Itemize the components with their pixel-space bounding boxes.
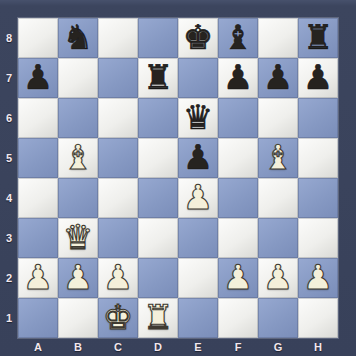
square-e7[interactable] <box>178 58 218 98</box>
square-e6[interactable]: ♛ <box>178 98 218 138</box>
piece-white-bishop[interactable]: ♝ <box>63 140 93 174</box>
square-b1[interactable] <box>58 298 98 338</box>
square-f1[interactable] <box>218 298 258 338</box>
rank-label-7: 7 <box>0 58 18 98</box>
square-c3[interactable] <box>98 218 138 258</box>
file-label-d: D <box>138 338 178 356</box>
square-a5[interactable] <box>18 138 58 178</box>
piece-white-pawn[interactable]: ♟ <box>183 180 213 214</box>
square-g8[interactable] <box>258 18 298 58</box>
square-f6[interactable] <box>218 98 258 138</box>
square-b4[interactable] <box>58 178 98 218</box>
square-h7[interactable]: ♟ <box>298 58 338 98</box>
square-c6[interactable] <box>98 98 138 138</box>
piece-black-knight[interactable]: ♞ <box>63 20 93 54</box>
square-d3[interactable] <box>138 218 178 258</box>
square-e3[interactable] <box>178 218 218 258</box>
square-g1[interactable] <box>258 298 298 338</box>
file-label-g: G <box>258 338 298 356</box>
rank-label-8: 8 <box>0 18 18 58</box>
square-h8[interactable]: ♜ <box>298 18 338 58</box>
rank-label-2: 2 <box>0 258 18 298</box>
piece-white-bishop[interactable]: ♝ <box>263 140 293 174</box>
square-a8[interactable] <box>18 18 58 58</box>
piece-white-pawn[interactable]: ♟ <box>303 260 333 294</box>
square-h6[interactable] <box>298 98 338 138</box>
rank-labels: 87654321 <box>0 18 18 338</box>
square-e1[interactable] <box>178 298 218 338</box>
square-b6[interactable] <box>58 98 98 138</box>
file-labels: ABCDEFGH <box>18 338 338 356</box>
square-c4[interactable] <box>98 178 138 218</box>
square-d7[interactable]: ♜ <box>138 58 178 98</box>
square-c1[interactable]: ♚ <box>98 298 138 338</box>
square-h3[interactable] <box>298 218 338 258</box>
piece-black-king[interactable]: ♚ <box>183 20 213 54</box>
piece-black-rook[interactable]: ♜ <box>143 60 173 94</box>
piece-white-pawn[interactable]: ♟ <box>63 260 93 294</box>
file-label-b: B <box>58 338 98 356</box>
piece-black-bishop[interactable]: ♝ <box>223 20 253 54</box>
square-f7[interactable]: ♟ <box>218 58 258 98</box>
square-a7[interactable]: ♟ <box>18 58 58 98</box>
square-d8[interactable] <box>138 18 178 58</box>
square-g2[interactable]: ♟ <box>258 258 298 298</box>
piece-white-pawn[interactable]: ♟ <box>23 260 53 294</box>
square-b5[interactable]: ♝ <box>58 138 98 178</box>
square-g7[interactable]: ♟ <box>258 58 298 98</box>
square-h2[interactable]: ♟ <box>298 258 338 298</box>
rank-label-6: 6 <box>0 98 18 138</box>
file-label-c: C <box>98 338 138 356</box>
square-a2[interactable]: ♟ <box>18 258 58 298</box>
piece-black-pawn[interactable]: ♟ <box>23 60 53 94</box>
piece-black-pawn[interactable]: ♟ <box>303 60 333 94</box>
piece-white-queen[interactable]: ♛ <box>63 220 93 254</box>
rank-label-3: 3 <box>0 218 18 258</box>
piece-white-pawn[interactable]: ♟ <box>263 260 293 294</box>
square-d1[interactable]: ♜ <box>138 298 178 338</box>
square-e4[interactable]: ♟ <box>178 178 218 218</box>
square-a6[interactable] <box>18 98 58 138</box>
file-label-h: H <box>298 338 338 356</box>
square-c2[interactable]: ♟ <box>98 258 138 298</box>
square-d2[interactable] <box>138 258 178 298</box>
square-f5[interactable] <box>218 138 258 178</box>
square-d6[interactable] <box>138 98 178 138</box>
square-d5[interactable] <box>138 138 178 178</box>
square-f8[interactable]: ♝ <box>218 18 258 58</box>
square-b2[interactable]: ♟ <box>58 258 98 298</box>
rank-label-1: 1 <box>0 298 18 338</box>
square-f4[interactable] <box>218 178 258 218</box>
square-h5[interactable] <box>298 138 338 178</box>
square-f3[interactable] <box>218 218 258 258</box>
square-g6[interactable] <box>258 98 298 138</box>
square-e5[interactable]: ♟ <box>178 138 218 178</box>
piece-white-pawn[interactable]: ♟ <box>223 260 253 294</box>
rank-label-5: 5 <box>0 138 18 178</box>
piece-white-rook[interactable]: ♜ <box>143 300 173 334</box>
square-b8[interactable]: ♞ <box>58 18 98 58</box>
square-b7[interactable] <box>58 58 98 98</box>
square-c8[interactable] <box>98 18 138 58</box>
square-f2[interactable]: ♟ <box>218 258 258 298</box>
piece-black-pawn[interactable]: ♟ <box>183 140 213 174</box>
square-h4[interactable] <box>298 178 338 218</box>
file-label-e: E <box>178 338 218 356</box>
square-a1[interactable] <box>18 298 58 338</box>
square-b3[interactable]: ♛ <box>58 218 98 258</box>
piece-white-king[interactable]: ♚ <box>103 300 133 334</box>
chess-board-frame: 87654321 ♞♚♝♜♟♜♟♟♟♛♝♟♝♟♛♟♟♟♟♟♟♚♜ ABCDEFG… <box>0 0 356 356</box>
square-g4[interactable] <box>258 178 298 218</box>
square-a4[interactable] <box>18 178 58 218</box>
file-label-a: A <box>18 338 58 356</box>
square-a3[interactable] <box>18 218 58 258</box>
piece-black-rook[interactable]: ♜ <box>303 20 333 54</box>
rank-label-4: 4 <box>0 178 18 218</box>
file-label-f: F <box>218 338 258 356</box>
square-d4[interactable] <box>138 178 178 218</box>
square-e2[interactable] <box>178 258 218 298</box>
piece-black-pawn[interactable]: ♟ <box>223 60 253 94</box>
square-c7[interactable] <box>98 58 138 98</box>
square-h1[interactable] <box>298 298 338 338</box>
square-g5[interactable]: ♝ <box>258 138 298 178</box>
piece-white-pawn[interactable]: ♟ <box>103 260 133 294</box>
chess-board: ♞♚♝♜♟♜♟♟♟♛♝♟♝♟♛♟♟♟♟♟♟♚♜ <box>18 18 338 338</box>
square-e8[interactable]: ♚ <box>178 18 218 58</box>
piece-black-pawn[interactable]: ♟ <box>263 60 293 94</box>
square-c5[interactable] <box>98 138 138 178</box>
square-g3[interactable] <box>258 218 298 258</box>
piece-black-queen[interactable]: ♛ <box>183 100 213 134</box>
